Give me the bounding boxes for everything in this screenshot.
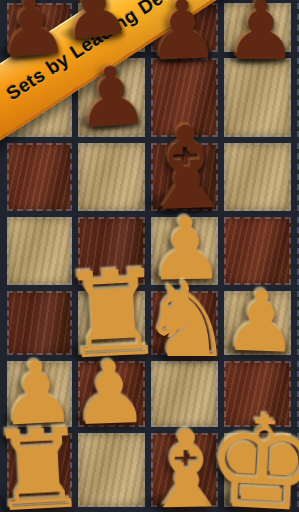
- dark-pawn[interactable]: ♟: [0, 0, 71, 71]
- light-knight[interactable]: ♞: [140, 268, 233, 372]
- square-c0r2[interactable]: [4, 140, 75, 214]
- light-king[interactable]: ♚: [202, 397, 299, 512]
- dark-pawn[interactable]: ♟: [145, 0, 221, 73]
- light-rook[interactable]: ♜: [0, 413, 91, 512]
- square-c4r2[interactable]: [294, 140, 299, 214]
- chess-app-screenshot: ♟♟♟♟♟♝♟♜♞♟♟♟♜♝♚ Sets by Leading Designer…: [0, 0, 299, 512]
- dark-pawn[interactable]: ♟: [224, 0, 298, 72]
